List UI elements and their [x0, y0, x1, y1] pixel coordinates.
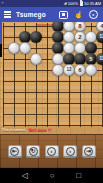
status-message-highlight[interactable]: Well done !!! [29, 128, 52, 132]
board-preview-icon[interactable] [59, 11, 68, 19]
last-move-button[interactable]: ⇥ [82, 145, 96, 158]
phone-screen: ▪ ◢ 100% 10:35 AM Tsumego ☝ ▸ 8421351112… [0, 0, 103, 183]
move-number: 11 [100, 57, 103, 62]
move-number: 12 [66, 68, 71, 73]
grid-line [3, 23, 4, 127]
android-nav-bar: ◁ ○ □ [0, 168, 103, 183]
app-bar: Tsumego ☝ ▸ [0, 7, 103, 22]
move-number: 6 [78, 67, 81, 73]
next-move-button[interactable]: › [63, 145, 77, 158]
hint-hand-icon[interactable]: ☝ [74, 11, 83, 18]
previous-move-button[interactable]: ‹ [45, 145, 59, 158]
app-title: Tsumego [16, 11, 46, 18]
notification-icon: ▪ [2, 0, 3, 7]
move-number: 5 [89, 56, 92, 62]
clock: 10:35 AM [84, 0, 101, 7]
first-move-icon: ⇤ [10, 147, 19, 156]
move-number: 8 [78, 23, 81, 29]
grid-line [14, 23, 15, 127]
back-icon[interactable]: ◁ [22, 168, 28, 183]
restart-icon: ↻ [29, 147, 38, 156]
move-number: 2 [78, 34, 81, 40]
grid-line [3, 92, 103, 93]
status-message: This is correct. [2, 128, 27, 132]
grid-line [3, 81, 103, 82]
stone-white [19, 42, 31, 54]
signal-icon: ◢ [64, 0, 67, 7]
grid-line [47, 23, 48, 127]
control-tray: ⇤ ↻ ‹ › ⇥ [0, 134, 103, 168]
go-board[interactable]: 84213511126 [0, 22, 103, 127]
stone-white [85, 64, 97, 76]
stone-black-11: 11 [96, 53, 103, 65]
grid-line [3, 103, 103, 104]
status-bar: ▪ ◢ 100% 10:35 AM [0, 0, 103, 7]
first-move-button[interactable]: ⇤ [8, 145, 22, 158]
battery-icon [80, 1, 83, 6]
status-message-bar: This is correct. Well done !!! [0, 127, 103, 134]
next-move-icon: › [66, 147, 75, 156]
stone-black [30, 31, 42, 43]
grid-line [3, 114, 103, 115]
grid-line [3, 125, 103, 126]
battery-percent: 100% [68, 0, 78, 7]
last-move-icon: ⇥ [84, 147, 93, 156]
restart-button[interactable]: ↻ [26, 145, 40, 158]
play-solution-icon[interactable]: ▸ [89, 10, 98, 19]
stone-white [30, 53, 42, 65]
hamburger-menu-icon[interactable] [4, 11, 11, 17]
home-icon[interactable]: ○ [50, 168, 55, 183]
recents-icon[interactable]: □ [76, 168, 81, 183]
move-number: 4 [100, 23, 103, 29]
stone-black-13: 13 [96, 31, 103, 43]
previous-move-icon: ‹ [47, 147, 56, 156]
move-number: 13 [99, 35, 103, 40]
